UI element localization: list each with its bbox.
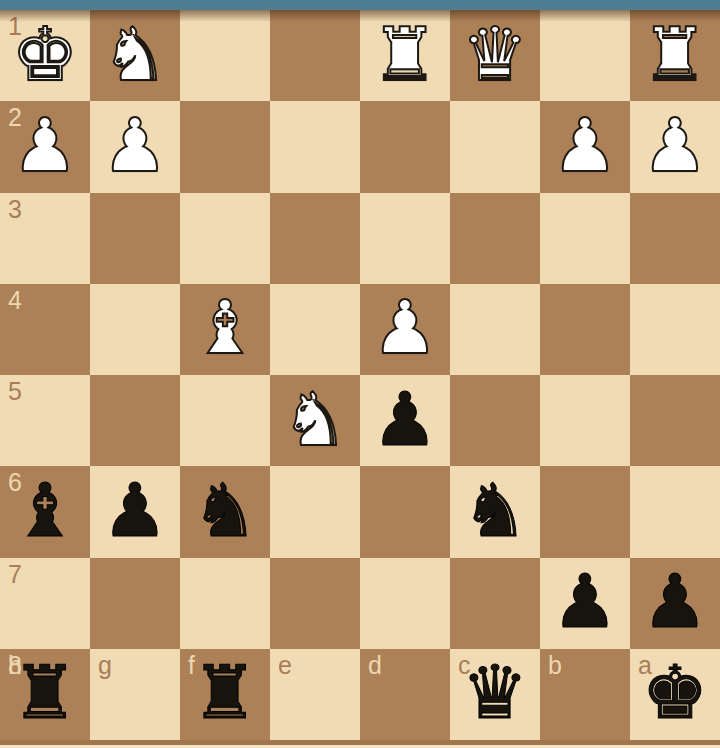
- square-b7[interactable]: ♟: [540, 558, 630, 649]
- square-d5[interactable]: ♟: [360, 375, 450, 466]
- square-c2[interactable]: [450, 101, 540, 192]
- black-rook[interactable]: ♜: [180, 647, 270, 738]
- square-b6[interactable]: [540, 466, 630, 557]
- square-g7[interactable]: [90, 558, 180, 649]
- white-pawn[interactable]: ♟: [90, 99, 180, 190]
- square-c7[interactable]: [450, 558, 540, 649]
- chess-board: 1♚♞♜♛♜2♟♟♟♟34♝♟5♞♟6♝♟♞♞7♟♟8h♜gf♜edc♛ba♚: [0, 10, 720, 740]
- square-g2[interactable]: ♟: [90, 101, 180, 192]
- square-h4[interactable]: 4: [0, 284, 90, 375]
- square-b5[interactable]: [540, 375, 630, 466]
- square-g1[interactable]: ♞: [90, 10, 180, 101]
- square-a1[interactable]: ♜: [630, 10, 720, 101]
- black-bishop[interactable]: ♝: [0, 464, 90, 555]
- square-g6[interactable]: ♟: [90, 466, 180, 557]
- black-pawn[interactable]: ♟: [630, 556, 720, 647]
- rank-label-5: 5: [8, 378, 22, 406]
- square-d7[interactable]: [360, 558, 450, 649]
- black-knight[interactable]: ♞: [450, 464, 540, 555]
- square-a3[interactable]: [630, 193, 720, 284]
- black-pawn[interactable]: ♟: [90, 464, 180, 555]
- square-h6[interactable]: 6♝: [0, 466, 90, 557]
- square-c6[interactable]: ♞: [450, 466, 540, 557]
- square-h1[interactable]: 1♚: [0, 10, 90, 101]
- white-knight[interactable]: ♞: [270, 373, 360, 464]
- square-c4[interactable]: [450, 284, 540, 375]
- square-e4[interactable]: [270, 284, 360, 375]
- square-f7[interactable]: [180, 558, 270, 649]
- square-e3[interactable]: [270, 193, 360, 284]
- square-e1[interactable]: [270, 10, 360, 101]
- white-rook[interactable]: ♜: [360, 8, 450, 99]
- square-h3[interactable]: 3: [0, 193, 90, 284]
- black-king[interactable]: ♚: [630, 647, 720, 738]
- board-bottom-edge: [0, 740, 720, 748]
- black-rook[interactable]: ♜: [0, 647, 90, 738]
- rank-label-4: 4: [8, 287, 22, 315]
- square-d6[interactable]: [360, 466, 450, 557]
- square-f3[interactable]: [180, 193, 270, 284]
- black-pawn[interactable]: ♟: [360, 373, 450, 464]
- square-b4[interactable]: [540, 284, 630, 375]
- file-label-e: e: [278, 652, 292, 680]
- rank-label-7: 7: [8, 561, 22, 589]
- white-bishop[interactable]: ♝: [180, 282, 270, 373]
- square-a6[interactable]: [630, 466, 720, 557]
- white-queen[interactable]: ♛: [450, 8, 540, 99]
- square-e8[interactable]: e: [270, 649, 360, 740]
- square-g3[interactable]: [90, 193, 180, 284]
- square-f2[interactable]: [180, 101, 270, 192]
- file-label-b: b: [548, 652, 562, 680]
- square-f1[interactable]: [180, 10, 270, 101]
- square-e7[interactable]: [270, 558, 360, 649]
- black-queen[interactable]: ♛: [450, 647, 540, 738]
- white-pawn[interactable]: ♟: [360, 282, 450, 373]
- square-d1[interactable]: ♜: [360, 10, 450, 101]
- square-e2[interactable]: [270, 101, 360, 192]
- square-a5[interactable]: [630, 375, 720, 466]
- white-king[interactable]: ♚: [0, 8, 90, 99]
- chess-app: 1♚♞♜♛♜2♟♟♟♟34♝♟5♞♟6♝♟♞♞7♟♟8h♜gf♜edc♛ba♚: [0, 0, 720, 748]
- square-d2[interactable]: [360, 101, 450, 192]
- square-g5[interactable]: [90, 375, 180, 466]
- file-label-d: d: [368, 652, 382, 680]
- square-c5[interactable]: [450, 375, 540, 466]
- square-c8[interactable]: c♛: [450, 649, 540, 740]
- white-pawn[interactable]: ♟: [630, 99, 720, 190]
- square-e5[interactable]: ♞: [270, 375, 360, 466]
- square-a8[interactable]: a♚: [630, 649, 720, 740]
- square-d8[interactable]: d: [360, 649, 450, 740]
- black-knight[interactable]: ♞: [180, 464, 270, 555]
- file-label-g: g: [98, 652, 112, 680]
- square-h7[interactable]: 7: [0, 558, 90, 649]
- white-knight[interactable]: ♞: [90, 8, 180, 99]
- white-pawn[interactable]: ♟: [0, 99, 90, 190]
- square-c1[interactable]: ♛: [450, 10, 540, 101]
- square-b8[interactable]: b: [540, 649, 630, 740]
- square-f4[interactable]: ♝: [180, 284, 270, 375]
- black-pawn[interactable]: ♟: [540, 556, 630, 647]
- square-f5[interactable]: [180, 375, 270, 466]
- square-b1[interactable]: [540, 10, 630, 101]
- square-a4[interactable]: [630, 284, 720, 375]
- square-h5[interactable]: 5: [0, 375, 90, 466]
- square-f6[interactable]: ♞: [180, 466, 270, 557]
- square-d3[interactable]: [360, 193, 450, 284]
- square-h2[interactable]: 2♟: [0, 101, 90, 192]
- square-b3[interactable]: [540, 193, 630, 284]
- square-a2[interactable]: ♟: [630, 101, 720, 192]
- white-rook[interactable]: ♜: [630, 8, 720, 99]
- square-g4[interactable]: [90, 284, 180, 375]
- square-b2[interactable]: ♟: [540, 101, 630, 192]
- square-d4[interactable]: ♟: [360, 284, 450, 375]
- square-c3[interactable]: [450, 193, 540, 284]
- square-h8[interactable]: 8h♜: [0, 649, 90, 740]
- square-g8[interactable]: g: [90, 649, 180, 740]
- white-pawn[interactable]: ♟: [540, 99, 630, 190]
- square-e6[interactable]: [270, 466, 360, 557]
- square-a7[interactable]: ♟: [630, 558, 720, 649]
- square-f8[interactable]: f♜: [180, 649, 270, 740]
- rank-label-3: 3: [8, 196, 22, 224]
